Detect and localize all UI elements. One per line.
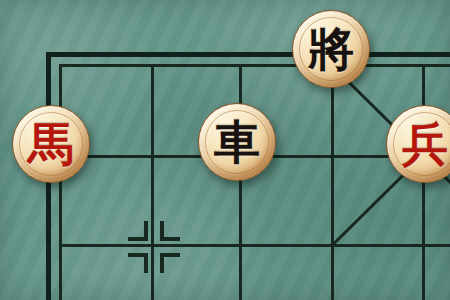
red-soldier-glyph: 兵 (402, 121, 448, 167)
black-general-glyph: 將 (308, 26, 354, 72)
cannon-point-marker-bracket (128, 253, 148, 273)
cannon-point-marker-bracket (128, 221, 148, 241)
grid-file-line-3 (239, 64, 242, 300)
grid-file-line-4 (331, 64, 334, 300)
cannon-point-marker-bracket (160, 253, 180, 273)
red-horse-piece[interactable]: 馬 (12, 105, 90, 183)
grid-rank-line-1 (59, 64, 450, 67)
grid-file-line-2 (151, 64, 154, 300)
black-chariot-glyph: 車 (214, 119, 260, 165)
red-horse-glyph: 馬 (28, 121, 74, 167)
xiangqi-board[interactable]: 馬車將兵 (0, 0, 450, 300)
grid-rank-line-3 (59, 244, 450, 247)
black-general-piece[interactable]: 將 (292, 10, 370, 88)
black-chariot-piece[interactable]: 車 (198, 103, 276, 181)
cannon-point-marker-bracket (160, 221, 180, 241)
